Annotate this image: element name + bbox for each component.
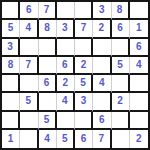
given-digit: 5 [26, 96, 32, 106]
sudoku-cell-r5c3[interactable]: 6 [39, 75, 57, 93]
sudoku-cell-r5c6[interactable]: 4 [93, 75, 111, 93]
sudoku-cell-r8c7[interactable] [112, 130, 130, 148]
sudoku-cell-r7c7[interactable] [112, 112, 130, 130]
sudoku-cell-r6c6[interactable] [93, 93, 111, 111]
sudoku-cell-r2c5[interactable]: 7 [75, 20, 93, 38]
given-digit: 6 [62, 59, 68, 69]
sudoku-cell-r7c1[interactable] [2, 112, 20, 130]
given-digit: 4 [26, 23, 32, 33]
sudoku-cell-r3c4[interactable] [57, 39, 75, 57]
sudoku-cell-r3c5[interactable] [75, 39, 93, 57]
sudoku-cell-r4c5[interactable]: 2 [75, 57, 93, 75]
sudoku-cell-r2c1[interactable]: 5 [2, 20, 20, 38]
sudoku-cell-r5c8[interactable] [130, 75, 148, 93]
given-digit: 6 [26, 5, 32, 15]
given-digit: 2 [81, 59, 87, 69]
given-digit: 4 [99, 78, 105, 88]
sudoku-cell-r5c7[interactable] [112, 75, 130, 93]
sudoku-cell-r7c8[interactable] [130, 112, 148, 130]
sudoku-cell-r5c2[interactable] [20, 75, 38, 93]
sudoku-cell-r5c1[interactable] [2, 75, 20, 93]
sudoku-cell-r6c1[interactable] [2, 93, 20, 111]
sudoku-cell-r1c4[interactable] [57, 2, 75, 20]
given-digit: 7 [44, 5, 50, 15]
sudoku-cell-r1c8[interactable] [130, 2, 148, 20]
sudoku-cell-r6c3[interactable] [39, 93, 57, 111]
given-digit: 5 [117, 59, 123, 69]
given-digit: 1 [136, 23, 142, 33]
given-digit: 2 [117, 96, 123, 106]
sudoku-cell-r8c6[interactable]: 7 [93, 130, 111, 148]
sudoku-cell-r2c8[interactable]: 1 [130, 20, 148, 38]
given-digit: 5 [44, 114, 50, 124]
given-digit: 2 [99, 23, 105, 33]
sudoku-cell-r3c6[interactable] [93, 39, 111, 57]
sudoku-cell-r3c1[interactable]: 3 [2, 39, 20, 57]
given-digit: 6 [44, 78, 50, 88]
given-digit: 8 [44, 23, 50, 33]
given-digit: 4 [136, 59, 142, 69]
sudoku-cell-r7c2[interactable] [20, 112, 38, 130]
sudoku-cell-r8c1[interactable]: 1 [2, 130, 20, 148]
given-digit: 2 [63, 78, 69, 88]
given-digit: 7 [26, 59, 32, 69]
given-digit: 3 [7, 41, 13, 51]
given-digit: 6 [99, 114, 105, 124]
sudoku-cell-r1c5[interactable] [75, 2, 93, 20]
sudoku-cell-r3c3[interactable] [39, 39, 57, 57]
sudoku-cell-r1c6[interactable]: 3 [93, 2, 111, 20]
sudoku-cell-r3c8[interactable]: 6 [130, 39, 148, 57]
sudoku-cell-r1c2[interactable]: 6 [20, 2, 38, 20]
sudoku-cell-r4c6[interactable] [93, 57, 111, 75]
sudoku-cell-r2c4[interactable]: 3 [57, 20, 75, 38]
sudoku-cell-r3c7[interactable] [112, 39, 130, 57]
sudoku-cell-r1c7[interactable]: 8 [112, 2, 130, 20]
sudoku-cell-r8c2[interactable] [20, 130, 38, 148]
given-digit: 3 [62, 23, 68, 33]
sudoku-cell-r1c3[interactable]: 7 [39, 2, 57, 20]
sudoku-cell-r6c2[interactable]: 5 [20, 93, 38, 111]
sudoku-board: 673854837261368762546254543256145672 [0, 0, 150, 150]
given-digit: 6 [136, 41, 142, 51]
given-digit: 5 [62, 133, 68, 143]
sudoku-cell-r7c3[interactable]: 5 [39, 112, 57, 130]
given-digit: 8 [117, 5, 123, 15]
sudoku-cell-r4c2[interactable]: 7 [20, 57, 38, 75]
sudoku-cell-r4c1[interactable]: 8 [2, 57, 20, 75]
sudoku-cell-r8c8[interactable]: 2 [130, 130, 148, 148]
sudoku-cell-r4c3[interactable] [39, 57, 57, 75]
sudoku-cell-r2c3[interactable]: 8 [39, 20, 57, 38]
sudoku-cell-r7c6[interactable]: 6 [93, 112, 111, 130]
given-digit: 7 [81, 23, 87, 33]
given-digit: 3 [99, 5, 105, 15]
given-digit: 6 [81, 133, 87, 143]
sudoku-cell-r5c4[interactable]: 2 [57, 75, 75, 93]
given-digit: 5 [8, 23, 14, 33]
given-digit: 2 [136, 133, 142, 143]
sudoku-cell-r6c5[interactable]: 3 [75, 93, 93, 111]
sudoku-cell-r4c4[interactable]: 6 [57, 57, 75, 75]
sudoku-cell-r2c7[interactable]: 6 [112, 20, 130, 38]
given-digit: 3 [81, 96, 87, 106]
given-digit: 7 [99, 133, 105, 143]
sudoku-cell-r6c4[interactable]: 4 [57, 93, 75, 111]
sudoku-cell-r8c3[interactable]: 4 [39, 130, 57, 148]
sudoku-cell-r1c1[interactable] [2, 2, 20, 20]
given-digit: 5 [80, 78, 86, 88]
sudoku-cell-r4c8[interactable]: 4 [130, 57, 148, 75]
sudoku-cell-r3c2[interactable] [20, 39, 38, 57]
sudoku-cell-r5c5[interactable]: 5 [75, 75, 93, 93]
given-digit: 8 [8, 59, 14, 69]
sudoku-cell-r2c6[interactable]: 2 [93, 20, 111, 38]
sudoku-cell-r8c4[interactable]: 5 [57, 130, 75, 148]
given-digit: 4 [62, 96, 68, 106]
sudoku-cell-r2c2[interactable]: 4 [20, 20, 38, 38]
given-digit: 1 [8, 133, 14, 143]
sudoku-cell-r8c5[interactable]: 6 [75, 130, 93, 148]
given-digit: 4 [44, 133, 50, 143]
sudoku-cell-r4c7[interactable]: 5 [112, 57, 130, 75]
sudoku-cell-r6c7[interactable]: 2 [112, 93, 130, 111]
sudoku-cell-r7c4[interactable] [57, 112, 75, 130]
sudoku-cell-r6c8[interactable] [130, 93, 148, 111]
given-digit: 6 [117, 23, 123, 33]
sudoku-cell-r7c5[interactable] [75, 112, 93, 130]
